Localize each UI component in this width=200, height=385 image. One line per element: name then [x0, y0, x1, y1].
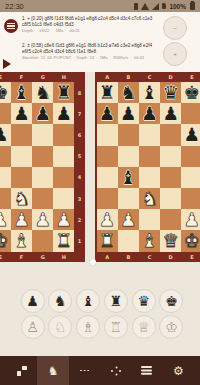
- square-b1[interactable]: [118, 230, 139, 251]
- white-rook-a1[interactable]: ♜: [97, 230, 118, 251]
- status-icons: 100%: [134, 2, 195, 10]
- black-pawn-c7[interactable]: ♟: [139, 103, 160, 124]
- line-1-score: (0.20): [31, 16, 43, 21]
- squares-icon: [17, 366, 27, 376]
- rank-label: 5: [75, 146, 85, 167]
- board-frame: ABCDEFGHABCDEFGH87654321♚♝♞♜♟♟♟♟♞♟♟♟♟♚♝♜: [0, 72, 85, 262]
- square-g4[interactable]: [32, 167, 53, 188]
- square-h6[interactable]: [53, 124, 74, 145]
- square-h4[interactable]: [53, 167, 74, 188]
- white-rook-h1[interactable]: ♜: [53, 230, 74, 251]
- square-f4[interactable]: [11, 167, 32, 188]
- list-icon: [141, 366, 152, 368]
- nav-more-button[interactable]: [69, 356, 100, 385]
- white-pawn-e2[interactable]: ♟: [181, 209, 200, 230]
- ellipsis-icon: [80, 370, 82, 372]
- square-a4[interactable]: [97, 167, 118, 188]
- square-e5[interactable]: [0, 146, 11, 167]
- battery-icon: [190, 2, 195, 10]
- line-1-info: Depth 13/22 1Mn 00:01: [22, 28, 158, 34]
- black-pawn-e6[interactable]: ♟: [0, 124, 11, 145]
- file-label: E: [0, 72, 11, 82]
- nav-list-button[interactable]: [131, 356, 162, 385]
- square-d5[interactable]: [160, 146, 181, 167]
- square-h3[interactable]: [53, 188, 74, 209]
- file-label: E: [0, 252, 11, 262]
- square-b3[interactable]: [118, 188, 139, 209]
- black-bishop-b4[interactable]: ♝: [118, 167, 139, 188]
- file-label: H: [53, 252, 74, 262]
- bottom-nav-bar: ♞ ⚙: [0, 356, 200, 385]
- rank-label: 6: [75, 124, 85, 145]
- tray-white-queen[interactable]: ♕: [132, 315, 156, 339]
- square-e7[interactable]: [181, 103, 200, 124]
- white-pawn-a2[interactable]: ♟: [97, 209, 118, 230]
- line-1-expand-button[interactable]: –: [163, 16, 187, 40]
- file-label: H: [53, 72, 74, 82]
- square-g3[interactable]: [32, 188, 53, 209]
- black-pawn-a7[interactable]: ♟: [97, 103, 118, 124]
- sim-icon: [162, 3, 166, 9]
- menu-button[interactable]: [4, 19, 18, 33]
- black-king-e8[interactable]: ♚: [0, 82, 11, 103]
- line-1-number: 1.: [22, 16, 26, 21]
- black-pawn-h7[interactable]: ♟: [53, 103, 74, 124]
- square-e4[interactable]: [181, 167, 200, 188]
- scatter-dots-icon: [111, 370, 113, 372]
- white-knight-c3[interactable]: ♞: [139, 188, 160, 209]
- file-label: B: [118, 72, 139, 82]
- black-pawn-g7[interactable]: ♟: [32, 103, 53, 124]
- white-pawn-h2[interactable]: ♟: [53, 209, 74, 230]
- white-pawn-g2[interactable]: ♟: [32, 209, 53, 230]
- square-h5[interactable]: [53, 146, 74, 167]
- square-b6[interactable]: [118, 124, 139, 145]
- white-bishop-c1[interactable]: ♝: [139, 230, 160, 251]
- white-knight-f3[interactable]: ♞: [11, 188, 32, 209]
- square-d6[interactable]: [160, 124, 181, 145]
- play-icon[interactable]: [3, 59, 11, 69]
- square-e5[interactable]: [181, 146, 200, 167]
- square-e3[interactable]: [0, 188, 11, 209]
- status-bar: 22:30 100%: [0, 0, 200, 12]
- square-b5[interactable]: [118, 146, 139, 167]
- file-label: E: [181, 252, 200, 262]
- square-e4[interactable]: [0, 167, 11, 188]
- app-screen: 22:30 100% 1. + (0.20) g8f6 f1d3 f8d6 e1…: [0, 0, 200, 385]
- square-g1[interactable]: [32, 230, 53, 251]
- white-bishop-f1[interactable]: ♝: [11, 230, 32, 251]
- square-c6[interactable]: [139, 124, 160, 145]
- line-2-expand-button[interactable]: +: [163, 42, 187, 66]
- square-f6[interactable]: [11, 124, 32, 145]
- black-rook-h8[interactable]: ♜: [53, 82, 74, 103]
- knight-icon: ♞: [48, 365, 59, 377]
- white-piece-tray: ♙♘♗♖♕♔: [21, 315, 184, 339]
- wifi-icon: [141, 3, 149, 10]
- file-label: G: [32, 252, 53, 262]
- tray-white-king[interactable]: ♔: [159, 315, 183, 339]
- black-rook-a8[interactable]: ♜: [97, 82, 118, 103]
- tray-black-knight[interactable]: ♞: [48, 289, 72, 313]
- line-1-eval: +: [27, 16, 30, 21]
- rank-label: 2: [75, 209, 85, 230]
- tray-white-rook[interactable]: ♖: [104, 315, 128, 339]
- engine-line-1[interactable]: 1. + (0.20) g8f6 f1d3 f8d6 e1g1 e8g8 c2c…: [22, 16, 158, 34]
- square-g5[interactable]: [32, 146, 53, 167]
- tray-black-rook[interactable]: ♜: [104, 289, 128, 313]
- file-label: C: [139, 252, 160, 262]
- line-2-number: 2.: [22, 43, 26, 48]
- white-pawn-b2[interactable]: ♟: [118, 209, 139, 230]
- rank-label: 3: [75, 188, 85, 209]
- black-pawn-d7[interactable]: ♟: [160, 103, 181, 124]
- clock-text: 22:30: [5, 2, 24, 11]
- square-c5[interactable]: [139, 146, 160, 167]
- battery-percent-text: 100%: [169, 3, 186, 10]
- signal-icon: [152, 3, 159, 10]
- square-a3[interactable]: [97, 188, 118, 209]
- white-king-e1[interactable]: ♚: [0, 230, 11, 251]
- gear-icon: ⚙: [173, 365, 184, 377]
- engine-analysis-panel: 1. + (0.20) g8f6 f1d3 f8d6 e1g1 e8g8 c2c…: [0, 12, 200, 72]
- white-pawn-f2[interactable]: ♟: [11, 209, 32, 230]
- square-d3[interactable]: [160, 188, 181, 209]
- file-label: A: [97, 72, 118, 82]
- file-label: E: [181, 72, 200, 82]
- engine-line-2[interactable]: 2. ± (0.58) c8e6 f1d3 g8f6 e1g1 f8d6 b1c…: [22, 43, 158, 61]
- nav-board-setup-button[interactable]: [6, 356, 37, 385]
- file-label: D: [160, 252, 181, 262]
- black-pawn-b7[interactable]: ♟: [118, 103, 139, 124]
- square-d4[interactable]: [160, 167, 181, 188]
- file-label: A: [97, 252, 118, 262]
- square-f5[interactable]: [11, 146, 32, 167]
- rank-label: 8: [75, 82, 85, 103]
- tray-black-king[interactable]: ♚: [159, 289, 183, 313]
- file-label: F: [11, 72, 32, 82]
- file-label: F: [11, 252, 32, 262]
- nav-pieces-button[interactable]: ♞: [37, 356, 68, 385]
- black-king-e8[interactable]: ♚: [181, 82, 200, 103]
- nav-moves-button[interactable]: [100, 356, 131, 385]
- square-a5[interactable]: [97, 146, 118, 167]
- square-c2[interactable]: [139, 209, 160, 230]
- black-pawn-f7[interactable]: ♟: [11, 103, 32, 124]
- black-piece-tray: ♟♞♝♜♛♚: [21, 289, 184, 313]
- line-2-score: (0.58): [31, 43, 43, 48]
- tray-white-pawn[interactable]: ♙: [21, 315, 45, 339]
- engine-status-text: Stockfish 11 64 POPCNT · Depth 13 · 1Mn …: [22, 55, 158, 61]
- white-queen-d1[interactable]: ♛: [160, 230, 181, 251]
- page-indicator-dot: [90, 259, 97, 266]
- black-knight-b8[interactable]: ♞: [118, 82, 139, 103]
- square-g6[interactable]: [32, 124, 53, 145]
- square-a6[interactable]: [97, 124, 118, 145]
- rank-label: 7: [75, 103, 85, 124]
- vibrate-icon: [134, 3, 139, 10]
- tray-white-bishop[interactable]: ♗: [76, 315, 100, 339]
- file-label: C: [139, 72, 160, 82]
- file-label: B: [118, 252, 139, 262]
- nav-settings-button[interactable]: ⚙: [163, 356, 194, 385]
- rank-label: 1: [75, 230, 85, 251]
- file-label: D: [160, 72, 181, 82]
- square-e7[interactable]: [0, 103, 11, 124]
- black-bishop-f8[interactable]: ♝: [11, 82, 32, 103]
- line-2-eval: ±: [27, 43, 30, 48]
- white-king-e1[interactable]: ♚: [181, 230, 200, 251]
- black-queen-d8[interactable]: ♛: [160, 82, 181, 103]
- black-knight-g8[interactable]: ♞: [32, 82, 53, 103]
- tray-black-queen[interactable]: ♛: [132, 289, 156, 313]
- black-bishop-c8[interactable]: ♝: [139, 82, 160, 103]
- file-label: G: [32, 72, 53, 82]
- board-pane-right-half[interactable]: ABCDEFGHABCDEFGH87654321♚♝♞♜♟♟♟♟♞♟♟♟♟♚♝♜: [0, 72, 85, 262]
- white-pawn-e2[interactable]: ♟: [0, 209, 11, 230]
- tray-white-knight[interactable]: ♘: [48, 315, 72, 339]
- rank-label: 4: [75, 167, 85, 188]
- black-pawn-e6[interactable]: ♟: [181, 124, 200, 145]
- square-c4[interactable]: [139, 167, 160, 188]
- tray-black-pawn[interactable]: ♟: [21, 289, 45, 313]
- board-pane-left-half[interactable]: ABCDEFGHABCDEFGH87654321♜♞♝♛♚♟♟♟♟♟♝♞♟♟♟♜…: [95, 72, 200, 262]
- square-d2[interactable]: [160, 209, 181, 230]
- board-frame: ABCDEFGHABCDEFGH87654321♜♞♝♛♚♟♟♟♟♟♝♞♟♟♟♜…: [95, 72, 200, 262]
- tray-black-bishop[interactable]: ♝: [76, 289, 100, 313]
- square-e3[interactable]: [181, 188, 200, 209]
